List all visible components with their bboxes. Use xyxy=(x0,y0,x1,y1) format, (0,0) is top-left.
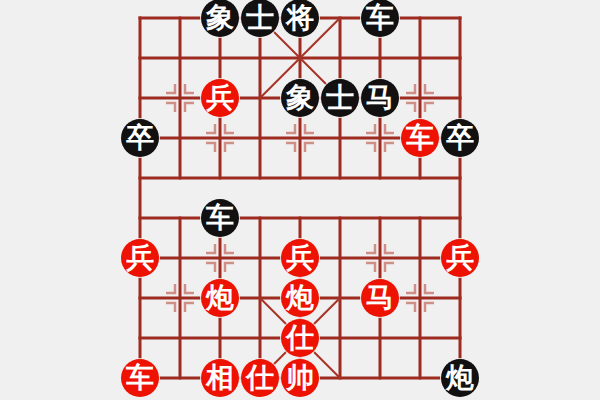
piece-black-chariot[interactable]: 车 xyxy=(361,0,399,37)
point-marker xyxy=(206,263,215,272)
piece-red-advisor[interactable]: 仕 xyxy=(241,359,279,397)
xiangqi-board[interactable]: 象士将车兵象士马卒车卒车兵兵兵炮炮马仕车相仕帅炮 xyxy=(0,0,600,400)
piece-red-soldier[interactable]: 兵 xyxy=(441,239,479,277)
point-marker xyxy=(425,84,434,93)
point-marker xyxy=(185,84,194,93)
point-marker xyxy=(305,143,314,152)
piece-black-elephant[interactable]: 象 xyxy=(281,79,319,117)
piece-red-advisor[interactable]: 仕 xyxy=(281,319,319,357)
point-marker xyxy=(286,143,295,152)
piece-black-horse[interactable]: 马 xyxy=(361,79,399,117)
point-marker xyxy=(206,244,215,253)
piece-black-soldier[interactable]: 卒 xyxy=(121,119,159,157)
piece-black-soldier[interactable]: 卒 xyxy=(441,119,479,157)
point-marker xyxy=(366,263,375,272)
piece-red-horse[interactable]: 马 xyxy=(361,279,399,317)
point-marker xyxy=(385,263,394,272)
point-marker xyxy=(206,124,215,133)
point-marker xyxy=(385,124,394,133)
point-marker xyxy=(425,103,434,112)
piece-black-elephant[interactable]: 象 xyxy=(201,0,239,37)
piece-red-soldier[interactable]: 兵 xyxy=(121,239,159,277)
piece-red-cannon[interactable]: 炮 xyxy=(201,279,239,317)
point-marker xyxy=(166,284,175,293)
point-marker xyxy=(166,103,175,112)
point-marker xyxy=(425,303,434,312)
point-marker xyxy=(425,284,434,293)
point-marker xyxy=(286,124,295,133)
piece-black-chariot[interactable]: 车 xyxy=(201,199,239,237)
piece-red-soldier[interactable]: 兵 xyxy=(281,239,319,277)
piece-red-general[interactable]: 帅 xyxy=(281,359,319,397)
point-marker xyxy=(385,143,394,152)
piece-red-chariot[interactable]: 车 xyxy=(121,359,159,397)
point-marker xyxy=(206,143,215,152)
xiangqi-screenshot: 象士将车兵象士马卒车卒车兵兵兵炮炮马仕车相仕帅炮 xyxy=(0,0,600,400)
point-marker xyxy=(406,103,415,112)
point-marker xyxy=(366,124,375,133)
piece-red-soldier[interactable]: 兵 xyxy=(201,79,239,117)
point-marker xyxy=(366,244,375,253)
point-marker xyxy=(185,303,194,312)
point-marker xyxy=(185,284,194,293)
point-marker xyxy=(305,124,314,133)
point-marker xyxy=(385,244,394,253)
point-marker xyxy=(406,84,415,93)
point-marker xyxy=(225,124,234,133)
point-marker xyxy=(185,103,194,112)
piece-black-advisor[interactable]: 士 xyxy=(321,79,359,117)
point-marker xyxy=(166,84,175,93)
point-marker xyxy=(406,284,415,293)
piece-red-elephant[interactable]: 相 xyxy=(201,359,239,397)
point-marker xyxy=(225,244,234,253)
point-marker xyxy=(166,303,175,312)
point-marker xyxy=(406,303,415,312)
piece-black-advisor[interactable]: 士 xyxy=(241,0,279,37)
point-marker xyxy=(366,143,375,152)
piece-red-cannon[interactable]: 炮 xyxy=(281,279,319,317)
piece-black-cannon[interactable]: 炮 xyxy=(441,359,479,397)
point-marker xyxy=(225,143,234,152)
piece-red-chariot[interactable]: 车 xyxy=(401,119,439,157)
point-marker xyxy=(225,263,234,272)
piece-black-general[interactable]: 将 xyxy=(281,0,319,37)
